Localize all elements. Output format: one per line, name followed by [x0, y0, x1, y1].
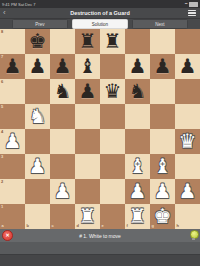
- square-f2[interactable]: ♟: [125, 179, 150, 204]
- page-title: Destruction of a Guard: [0, 10, 200, 16]
- square-h8[interactable]: [175, 29, 200, 54]
- square-f6[interactable]: ♞: [125, 79, 150, 104]
- file-label-b: b: [27, 224, 29, 228]
- square-e3[interactable]: [100, 154, 125, 179]
- square-b3[interactable]: ♟: [25, 154, 50, 179]
- square-c8[interactable]: [50, 29, 75, 54]
- app-screen: 9:41 PM Sat Dec 7 ••• ‹ Destruction of a…: [0, 0, 200, 266]
- status-bar: 9:41 PM Sat Dec 7 •••: [0, 0, 200, 8]
- piece-white-P-c2: ♟: [50, 179, 75, 204]
- square-c7[interactable]: ♟: [50, 54, 75, 79]
- rank-label-2: 2: [1, 180, 3, 184]
- piece-black-P-b7: ♟: [25, 54, 50, 79]
- square-g5[interactable]: [150, 104, 175, 129]
- file-label-h: h: [177, 224, 179, 228]
- square-g3[interactable]: ♝: [150, 154, 175, 179]
- square-h1[interactable]: h: [175, 204, 200, 229]
- square-h7[interactable]: ♟: [175, 54, 200, 79]
- square-d7[interactable]: ♝: [75, 54, 100, 79]
- piece-white-B-f3: ♝: [125, 154, 150, 179]
- rank-label-6: 6: [1, 80, 3, 84]
- piece-white-B-g3: ♝: [150, 154, 175, 179]
- square-b7[interactable]: ♟: [25, 54, 50, 79]
- bottom-bar: ✕ # 1. White to move: [0, 229, 200, 242]
- piece-white-P-b3: ♟: [25, 154, 50, 179]
- square-f8[interactable]: [125, 29, 150, 54]
- status-clock: 9:41 PM Sat Dec 7: [2, 2, 36, 7]
- square-h6[interactable]: [175, 79, 200, 104]
- piece-white-P-f2: ♟: [125, 179, 150, 204]
- file-label-a: a: [2, 224, 4, 228]
- bottom-panel: [0, 242, 200, 254]
- piece-black-R-e8: ♜: [100, 29, 125, 54]
- square-b1[interactable]: b: [25, 204, 50, 229]
- file-label-c: c: [52, 224, 54, 228]
- square-a4[interactable]: 4♟: [0, 129, 25, 154]
- rank-label-5: 5: [1, 105, 3, 109]
- square-a2[interactable]: 2: [0, 179, 25, 204]
- square-a8[interactable]: 8: [0, 29, 25, 54]
- square-g8[interactable]: [150, 29, 175, 54]
- tab-bar: Prev Solution Next: [0, 19, 200, 29]
- square-a7[interactable]: 7♟: [0, 54, 25, 79]
- square-g7[interactable]: ♟: [150, 54, 175, 79]
- piece-black-Q-e6: ♛: [100, 79, 125, 104]
- battery-icon: [189, 2, 198, 7]
- square-d6[interactable]: ♟: [75, 79, 100, 104]
- square-d3[interactable]: [75, 154, 100, 179]
- piece-black-P-c7: ♟: [50, 54, 75, 79]
- square-a6[interactable]: 6: [0, 79, 25, 104]
- square-b6[interactable]: [25, 79, 50, 104]
- rank-label-7: 7: [1, 55, 3, 59]
- square-d5[interactable]: [75, 104, 100, 129]
- back-button[interactable]: ‹: [3, 9, 6, 17]
- square-d2[interactable]: [75, 179, 100, 204]
- file-label-e: e: [102, 224, 104, 228]
- piece-white-R-f1: ♜: [125, 204, 150, 229]
- square-d8[interactable]: ♜: [75, 29, 100, 54]
- square-e7[interactable]: [100, 54, 125, 79]
- square-g1[interactable]: g♚: [150, 204, 175, 229]
- file-label-g: g: [152, 224, 154, 228]
- square-e4[interactable]: [100, 129, 125, 154]
- piece-black-P-g7: ♟: [150, 54, 175, 79]
- rank-label-3: 3: [1, 155, 3, 159]
- square-b5[interactable]: ♞: [25, 104, 50, 129]
- file-label-d: d: [77, 224, 79, 228]
- square-f3[interactable]: ♝: [125, 154, 150, 179]
- square-f1[interactable]: f♜: [125, 204, 150, 229]
- piece-white-Q-h4: ♛: [175, 129, 200, 154]
- square-a5[interactable]: 5: [0, 104, 25, 129]
- square-b4[interactable]: [25, 129, 50, 154]
- square-a1[interactable]: 1a: [0, 204, 25, 229]
- square-f4[interactable]: [125, 129, 150, 154]
- piece-black-N-c6: ♞: [50, 79, 75, 104]
- square-f5[interactable]: [125, 104, 150, 129]
- square-h5[interactable]: [175, 104, 200, 129]
- square-d4[interactable]: [75, 129, 100, 154]
- piece-white-N-b5: ♞: [25, 104, 50, 129]
- piece-white-P-g2: ♟: [150, 179, 175, 204]
- bulb-base: [192, 238, 195, 241]
- rank-label-8: 8: [1, 30, 3, 34]
- square-c4[interactable]: [50, 129, 75, 154]
- nav-bar: ‹ Destruction of a Guard: [0, 8, 200, 19]
- square-e6[interactable]: ♛: [100, 79, 125, 104]
- square-e5[interactable]: [100, 104, 125, 129]
- square-g2[interactable]: ♟: [150, 179, 175, 204]
- piece-black-R-d8: ♜: [75, 29, 100, 54]
- square-g4[interactable]: [150, 129, 175, 154]
- home-strip: [0, 254, 200, 266]
- hint-lightbulb-icon[interactable]: [188, 230, 198, 241]
- piece-white-P-h2: ♟: [175, 179, 200, 204]
- piece-white-K-g1: ♚: [150, 204, 175, 229]
- piece-black-K-b8: ♚: [25, 29, 50, 54]
- piece-black-P-a7: ♟: [0, 54, 25, 79]
- piece-white-R-d1: ♜: [75, 204, 100, 229]
- rank-label-1: 1: [1, 205, 3, 209]
- square-b8[interactable]: ♚: [25, 29, 50, 54]
- square-e2[interactable]: [100, 179, 125, 204]
- square-h3[interactable]: [175, 154, 200, 179]
- signal-icon: •••: [185, 2, 187, 6]
- tab-prev[interactable]: Prev: [12, 19, 68, 29]
- rank-label-4: 4: [1, 130, 3, 134]
- reset-button[interactable]: ✕: [2, 230, 13, 241]
- file-label-f: f: [127, 224, 128, 228]
- square-e8[interactable]: ♜: [100, 29, 125, 54]
- tab-next[interactable]: Next: [132, 19, 188, 29]
- menu-icon[interactable]: [187, 9, 197, 16]
- square-h2[interactable]: ♟: [175, 179, 200, 204]
- square-a3[interactable]: 3: [0, 154, 25, 179]
- piece-black-P-d6: ♟: [75, 79, 100, 104]
- piece-black-N-f6: ♞: [125, 79, 150, 104]
- move-status-text: # 1. White to move: [0, 233, 200, 239]
- square-g6[interactable]: [150, 79, 175, 104]
- square-c6[interactable]: ♞: [50, 79, 75, 104]
- piece-black-P-h7: ♟: [175, 54, 200, 79]
- square-h4[interactable]: ♛: [175, 129, 200, 154]
- chess-board: 8♚♜♜7♟♟♟♝♟♟♟6♞♟♛♞5♞4♟♛3♟♝♝2♟♟♟♟1abcd♜ef♜…: [0, 29, 200, 229]
- square-f7[interactable]: ♟: [125, 54, 150, 79]
- square-c1[interactable]: c: [50, 204, 75, 229]
- square-c2[interactable]: ♟: [50, 179, 75, 204]
- piece-black-P-f7: ♟: [125, 54, 150, 79]
- square-c5[interactable]: [50, 104, 75, 129]
- tab-solution[interactable]: Solution: [72, 19, 128, 29]
- square-b2[interactable]: [25, 179, 50, 204]
- square-e1[interactable]: e: [100, 204, 125, 229]
- square-d1[interactable]: d♜: [75, 204, 100, 229]
- piece-white-P-a4: ♟: [0, 129, 25, 154]
- piece-black-B-d7: ♝: [75, 54, 100, 79]
- square-c3[interactable]: [50, 154, 75, 179]
